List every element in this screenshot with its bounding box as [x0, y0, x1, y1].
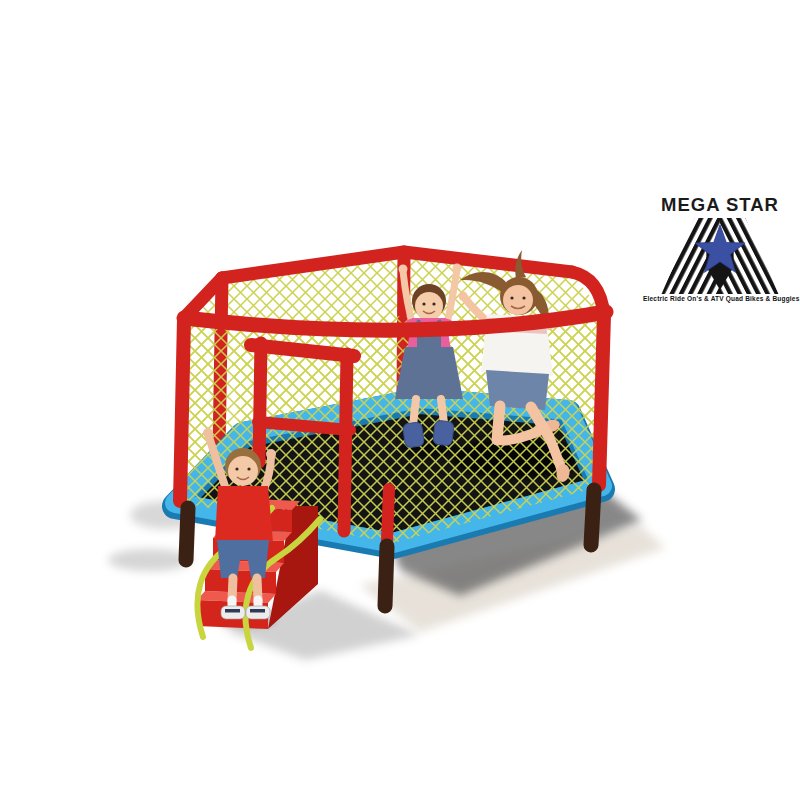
toddler-face — [415, 292, 443, 320]
girl-face — [503, 285, 533, 315]
door-mid-bar — [258, 422, 350, 430]
product-image-canvas: MEGA STAR Electric Ride On's & ATV Quad … — [0, 0, 800, 800]
boy-face — [228, 456, 258, 486]
front-corner-post — [387, 489, 389, 541]
left-corner-post — [180, 319, 184, 501]
toddler-denim-dress — [395, 347, 463, 399]
door-left-post — [259, 343, 261, 462]
toddler-boot — [433, 420, 454, 446]
right-corner-post — [599, 315, 604, 485]
toddler-boot — [402, 422, 424, 448]
brand-name: MEGA STAR — [643, 194, 797, 216]
boy-red-tshirt — [215, 486, 273, 542]
trampoline-illustration — [0, 0, 800, 800]
brand-logo-mark — [661, 218, 779, 294]
brand-logo: MEGA STAR Electric Ride On's & ATV Quad … — [643, 194, 797, 302]
door-right-post — [344, 354, 347, 531]
brand-tagline: Electric Ride On's & ATV Quad Bikes & Bu… — [643, 295, 797, 302]
